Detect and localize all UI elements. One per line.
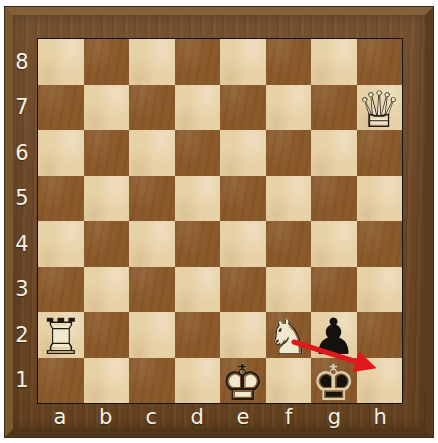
board-frame: 87654321 abcdefgh ♛♕♜♖♞♘♟♚♔♚♔ (5, 7, 433, 437)
square-g5[interactable] (311, 176, 357, 222)
black-king-outline-glyph: ♔ (311, 358, 356, 408)
square-g2[interactable]: ♟ (311, 312, 357, 358)
square-b7[interactable] (84, 85, 130, 131)
square-e5[interactable] (220, 176, 266, 222)
square-h4[interactable] (357, 221, 403, 267)
file-label-f: f (266, 404, 312, 429)
square-e8[interactable] (220, 39, 266, 85)
square-g6[interactable] (311, 130, 357, 176)
board-grid: ♛♕♜♖♞♘♟♚♔♚♔ (37, 38, 403, 404)
square-a8[interactable] (38, 39, 84, 85)
square-a5[interactable] (38, 176, 84, 222)
chess-diagram: 87654321 abcdefgh ♛♕♜♖♞♘♟♚♔♚♔ (0, 0, 438, 443)
white-rook-outline-glyph: ♖ (38, 312, 83, 362)
square-g8[interactable] (311, 39, 357, 85)
square-h6[interactable] (357, 130, 403, 176)
square-d2[interactable] (175, 312, 221, 358)
square-b5[interactable] (84, 176, 130, 222)
file-label-a: a (37, 404, 83, 429)
square-c6[interactable] (129, 130, 175, 176)
file-label-c: c (129, 404, 175, 429)
square-h1[interactable] (357, 358, 403, 404)
rank-label-5: 5 (9, 176, 35, 222)
square-a4[interactable] (38, 221, 84, 267)
square-d4[interactable] (175, 221, 221, 267)
square-f6[interactable] (266, 130, 312, 176)
square-b8[interactable] (84, 39, 130, 85)
white-knight-outline-glyph: ♘ (266, 312, 311, 362)
square-g7[interactable] (311, 85, 357, 131)
file-label-b: b (83, 404, 129, 429)
rank-label-4: 4 (9, 221, 35, 267)
rank-label-3: 3 (9, 267, 35, 313)
white-queen[interactable]: ♛♕ (357, 85, 403, 131)
white-knight[interactable]: ♞♘ (266, 312, 312, 358)
square-c7[interactable] (129, 85, 175, 131)
square-f1[interactable] (266, 358, 312, 404)
square-g1[interactable]: ♚♔ (311, 358, 357, 404)
square-c5[interactable] (129, 176, 175, 222)
square-f8[interactable] (266, 39, 312, 85)
square-f2[interactable]: ♞♘ (266, 312, 312, 358)
square-a7[interactable] (38, 85, 84, 131)
square-e6[interactable] (220, 130, 266, 176)
square-c4[interactable] (129, 221, 175, 267)
rank-labels: 87654321 (9, 39, 35, 403)
square-b4[interactable] (84, 221, 130, 267)
square-h7[interactable]: ♛♕ (357, 85, 403, 131)
square-e7[interactable] (220, 85, 266, 131)
square-c2[interactable] (129, 312, 175, 358)
square-f5[interactable] (266, 176, 312, 222)
square-a1[interactable] (38, 358, 84, 404)
square-c1[interactable] (129, 358, 175, 404)
square-b1[interactable] (84, 358, 130, 404)
square-c8[interactable] (129, 39, 175, 85)
square-a2[interactable]: ♜♖ (38, 312, 84, 358)
square-f7[interactable] (266, 85, 312, 131)
square-h5[interactable] (357, 176, 403, 222)
square-c3[interactable] (129, 267, 175, 313)
square-h8[interactable] (357, 39, 403, 85)
square-g3[interactable] (311, 267, 357, 313)
square-e3[interactable] (220, 267, 266, 313)
square-h3[interactable] (357, 267, 403, 313)
rank-label-7: 7 (9, 85, 35, 131)
square-d5[interactable] (175, 176, 221, 222)
black-pawn[interactable]: ♟ (311, 312, 357, 358)
white-rook[interactable]: ♜♖ (38, 312, 84, 358)
rank-label-2: 2 (9, 312, 35, 358)
rank-label-1: 1 (9, 358, 35, 404)
white-king[interactable]: ♚♔ (220, 358, 266, 404)
square-d3[interactable] (175, 267, 221, 313)
square-g4[interactable] (311, 221, 357, 267)
square-e2[interactable] (220, 312, 266, 358)
square-d7[interactable] (175, 85, 221, 131)
square-h2[interactable] (357, 312, 403, 358)
square-d8[interactable] (175, 39, 221, 85)
square-e4[interactable] (220, 221, 266, 267)
square-d1[interactable] (175, 358, 221, 404)
square-d6[interactable] (175, 130, 221, 176)
square-a6[interactable] (38, 130, 84, 176)
black-king[interactable]: ♚♔ (311, 358, 357, 404)
square-a3[interactable] (38, 267, 84, 313)
rank-label-8: 8 (9, 39, 35, 85)
square-f3[interactable] (266, 267, 312, 313)
file-label-d: d (174, 404, 220, 429)
rank-label-6: 6 (9, 130, 35, 176)
square-b2[interactable] (84, 312, 130, 358)
square-e1[interactable]: ♚♔ (220, 358, 266, 404)
square-f4[interactable] (266, 221, 312, 267)
square-b6[interactable] (84, 130, 130, 176)
square-b3[interactable] (84, 267, 130, 313)
white-king-outline-glyph: ♔ (220, 358, 265, 408)
white-queen-outline-glyph: ♕ (357, 85, 402, 135)
file-label-h: h (357, 404, 403, 429)
